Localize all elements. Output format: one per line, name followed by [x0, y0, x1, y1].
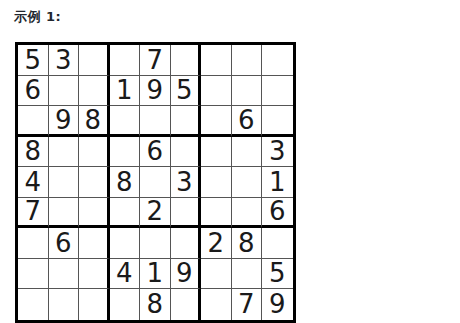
sudoku-cell-r8c6: 9 [171, 259, 202, 290]
sudoku-cell-r1c2: 3 [49, 45, 80, 76]
sudoku-cell-r4c2 [49, 137, 80, 168]
sudoku-cell-r1c8 [232, 45, 263, 76]
sudoku-cell-r9c7 [201, 289, 232, 320]
sudoku-cell-r1c9 [262, 45, 293, 76]
sudoku-cell-r9c6 [171, 289, 202, 320]
sudoku-cell-r5c2 [49, 167, 80, 198]
sudoku-cell-r4c7 [201, 137, 232, 168]
sudoku-cell-r3c6 [171, 106, 202, 137]
sudoku-cell-r8c2 [49, 259, 80, 290]
sudoku-cell-r8c5: 1 [140, 259, 171, 290]
sudoku-cell-r9c1 [18, 289, 49, 320]
sudoku-cell-r4c3 [79, 137, 110, 168]
sudoku-cell-r4c6 [171, 137, 202, 168]
sudoku-cell-r9c3 [79, 289, 110, 320]
sudoku-cell-r6c2 [49, 198, 80, 229]
sudoku-cell-r2c1: 6 [18, 76, 49, 107]
sudoku-cell-r7c3 [79, 228, 110, 259]
sudoku-cell-r3c1 [18, 106, 49, 137]
sudoku-cell-r3c4 [110, 106, 141, 137]
sudoku-cell-r2c2 [49, 76, 80, 107]
sudoku-cell-r4c4 [110, 137, 141, 168]
sudoku-cell-r9c4 [110, 289, 141, 320]
sudoku-cell-r5c3 [79, 167, 110, 198]
sudoku-cell-r3c5 [140, 106, 171, 137]
sudoku-cell-r5c6: 3 [171, 167, 202, 198]
sudoku-cell-r3c8: 6 [232, 106, 263, 137]
sudoku-cell-r6c7 [201, 198, 232, 229]
sudoku-cell-r5c1: 4 [18, 167, 49, 198]
sudoku-board: 537619598686348317266284195879 [15, 42, 296, 323]
sudoku-cell-r2c6: 5 [171, 76, 202, 107]
sudoku-cell-r7c7: 2 [201, 228, 232, 259]
sudoku-cell-r4c5: 6 [140, 137, 171, 168]
sudoku-cell-r6c9: 6 [262, 198, 293, 229]
sudoku-cell-r8c1 [18, 259, 49, 290]
sudoku-cell-r7c6 [171, 228, 202, 259]
page: 示例 1: 537619598686348317266284195879 [0, 0, 460, 323]
sudoku-cell-r6c6 [171, 198, 202, 229]
sudoku-cell-r3c2: 9 [49, 106, 80, 137]
sudoku-cell-r3c9 [262, 106, 293, 137]
sudoku-cell-r6c3 [79, 198, 110, 229]
sudoku-cell-r6c1: 7 [18, 198, 49, 229]
sudoku-cell-r7c8: 8 [232, 228, 263, 259]
sudoku-cell-r4c1: 8 [18, 137, 49, 168]
sudoku-cell-r6c5: 2 [140, 198, 171, 229]
sudoku-cell-r2c8 [232, 76, 263, 107]
sudoku-cell-r8c9: 5 [262, 259, 293, 290]
sudoku-cell-r5c7 [201, 167, 232, 198]
sudoku-cell-r2c3 [79, 76, 110, 107]
sudoku-cell-r5c4: 8 [110, 167, 141, 198]
sudoku-cell-r8c7 [201, 259, 232, 290]
sudoku-cell-r7c1 [18, 228, 49, 259]
sudoku-cell-r1c4 [110, 45, 141, 76]
sudoku-cell-r3c3: 8 [79, 106, 110, 137]
sudoku-cell-r1c5: 7 [140, 45, 171, 76]
sudoku-cell-r4c8 [232, 137, 263, 168]
sudoku-cell-r5c5 [140, 167, 171, 198]
sudoku-cell-r1c7 [201, 45, 232, 76]
sudoku-cell-r5c8 [232, 167, 263, 198]
sudoku-cell-r2c5: 9 [140, 76, 171, 107]
sudoku-cell-r7c5 [140, 228, 171, 259]
sudoku-cell-r3c7 [201, 106, 232, 137]
example-title: 示例 1: [14, 8, 61, 26]
sudoku-cell-r9c2 [49, 289, 80, 320]
sudoku-cell-r2c7 [201, 76, 232, 107]
sudoku-cell-r8c3 [79, 259, 110, 290]
sudoku-cell-r7c4 [110, 228, 141, 259]
sudoku-cell-r9c9: 9 [262, 289, 293, 320]
sudoku-cell-r7c9 [262, 228, 293, 259]
sudoku-cell-r6c4 [110, 198, 141, 229]
sudoku-cell-r7c2: 6 [49, 228, 80, 259]
sudoku-cell-r2c9 [262, 76, 293, 107]
sudoku-cell-r4c9: 3 [262, 137, 293, 168]
sudoku-cell-r8c4: 4 [110, 259, 141, 290]
sudoku-cell-r1c3 [79, 45, 110, 76]
sudoku-cell-r8c8 [232, 259, 263, 290]
sudoku-cell-r1c6 [171, 45, 202, 76]
sudoku-cell-r2c4: 1 [110, 76, 141, 107]
sudoku-cell-r9c5: 8 [140, 289, 171, 320]
sudoku-cell-r9c8: 7 [232, 289, 263, 320]
sudoku-cell-r6c8 [232, 198, 263, 229]
sudoku-cell-r5c9: 1 [262, 167, 293, 198]
sudoku-cell-r1c1: 5 [18, 45, 49, 76]
